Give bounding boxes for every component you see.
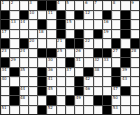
clue-number: 46 [85, 87, 90, 91]
white-cell[interactable] [131, 20, 139, 29]
white-cell[interactable] [57, 87, 65, 96]
white-cell[interactable]: 36 [47, 68, 55, 77]
white-cell[interactable]: 24 [20, 49, 28, 58]
black-cell [10, 68, 18, 77]
white-cell[interactable] [47, 20, 55, 29]
white-cell[interactable]: 25 [57, 49, 65, 58]
white-cell[interactable] [10, 106, 18, 115]
black-cell [75, 39, 83, 48]
white-cell[interactable]: 21 [57, 39, 65, 48]
clue-number: 16 [103, 20, 108, 24]
white-cell[interactable] [94, 39, 102, 48]
black-cell [75, 30, 83, 39]
white-cell[interactable] [10, 30, 18, 39]
white-cell[interactable]: 45 [47, 87, 55, 96]
white-cell[interactable] [38, 11, 46, 20]
white-cell[interactable]: 5 [66, 1, 74, 10]
white-cell[interactable] [66, 77, 74, 86]
white-cell[interactable] [20, 30, 28, 39]
white-cell[interactable] [103, 87, 111, 96]
white-cell[interactable] [66, 87, 74, 96]
clue-number: 9 [131, 1, 134, 5]
white-cell[interactable] [1, 96, 9, 105]
white-cell[interactable] [29, 58, 37, 67]
white-cell[interactable] [131, 68, 139, 77]
black-cell [57, 11, 65, 20]
white-cell[interactable] [29, 96, 37, 105]
black-cell [38, 49, 46, 58]
white-cell[interactable] [131, 106, 139, 115]
clue-number: 2 [11, 1, 14, 5]
white-cell[interactable] [131, 77, 139, 86]
white-cell[interactable]: 48 [20, 96, 28, 105]
clue-number: 10 [29, 11, 34, 15]
clue-number: 41 [48, 77, 53, 81]
white-cell[interactable] [10, 11, 18, 20]
black-cell [112, 39, 120, 48]
white-cell[interactable] [47, 30, 55, 39]
white-cell[interactable] [57, 58, 65, 67]
white-cell[interactable] [112, 58, 120, 67]
clue-number: 40 [2, 77, 7, 81]
clue-number: 29 [11, 58, 16, 62]
white-cell[interactable]: 4 [57, 1, 65, 10]
white-cell[interactable]: 14 [20, 20, 28, 29]
clue-number: 18 [39, 30, 44, 34]
white-cell[interactable]: 51 [1, 106, 9, 115]
white-cell[interactable]: 7 [94, 1, 102, 10]
black-cell [1, 11, 9, 20]
white-cell[interactable] [121, 106, 129, 115]
white-cell[interactable] [103, 1, 111, 10]
clue-number: 13 [11, 20, 16, 24]
clue-number: 25 [57, 49, 62, 53]
black-cell [94, 30, 102, 39]
white-cell[interactable]: 50 [112, 96, 120, 105]
white-cell[interactable] [121, 1, 129, 10]
clue-number: 3 [29, 1, 32, 5]
white-cell[interactable]: 8 [112, 1, 120, 10]
white-cell[interactable]: 37 [66, 68, 74, 77]
white-cell[interactable]: 33 [103, 58, 111, 67]
white-cell[interactable] [10, 39, 18, 48]
clue-number: 48 [20, 96, 25, 100]
white-cell[interactable] [20, 58, 28, 67]
white-cell[interactable] [66, 49, 74, 58]
clue-number: 45 [48, 87, 53, 91]
black-cell [47, 96, 55, 105]
black-cell [10, 96, 18, 105]
black-cell [75, 11, 83, 20]
white-cell[interactable]: 13 [10, 20, 18, 29]
white-cell[interactable] [75, 68, 83, 77]
clue-number: 49 [76, 96, 81, 100]
white-cell[interactable]: 43 [121, 77, 129, 86]
white-cell[interactable]: 35 [20, 68, 28, 77]
black-cell [20, 11, 28, 20]
white-cell[interactable]: 12 [84, 11, 92, 20]
black-cell [112, 77, 120, 86]
white-cell[interactable]: 1 [1, 1, 9, 10]
white-cell[interactable]: 46 [84, 87, 92, 96]
white-cell[interactable]: 38 [94, 68, 102, 77]
white-cell[interactable] [84, 49, 92, 58]
white-cell[interactable] [20, 1, 28, 10]
white-cell[interactable]: 44 [20, 87, 28, 96]
white-cell[interactable] [57, 96, 65, 105]
white-cell[interactable]: 53 [112, 106, 120, 115]
black-cell [66, 96, 74, 105]
black-cell [38, 68, 46, 77]
clue-number: 24 [20, 49, 25, 53]
white-cell[interactable]: 39 [121, 68, 129, 77]
white-cell[interactable]: 34 [1, 68, 9, 77]
white-cell[interactable] [112, 20, 120, 29]
white-cell[interactable]: 22 [84, 39, 92, 48]
white-cell[interactable]: 47 [112, 87, 120, 96]
white-cell[interactable] [94, 77, 102, 86]
clue-number: 14 [20, 20, 25, 24]
black-cell [94, 96, 102, 105]
white-cell[interactable] [103, 77, 111, 86]
white-cell[interactable] [47, 39, 55, 48]
white-cell[interactable] [94, 11, 102, 20]
black-cell [38, 87, 46, 96]
white-cell[interactable] [66, 30, 74, 39]
black-cell [121, 49, 129, 58]
white-cell[interactable] [1, 87, 9, 96]
black-cell [1, 39, 9, 48]
clue-number: 44 [20, 87, 25, 91]
white-cell[interactable] [29, 106, 37, 115]
clue-number: 23 [2, 49, 7, 53]
white-cell[interactable] [10, 49, 18, 58]
white-cell[interactable] [57, 106, 65, 115]
white-cell[interactable] [29, 20, 37, 29]
white-cell[interactable] [29, 30, 37, 39]
black-cell [103, 96, 111, 105]
clue-number: 50 [113, 96, 118, 100]
white-cell[interactable] [103, 68, 111, 77]
white-cell[interactable] [121, 39, 129, 48]
white-cell[interactable]: 15 [66, 20, 74, 29]
black-cell [47, 1, 55, 10]
white-cell[interactable] [131, 87, 139, 96]
black-cell [66, 39, 74, 48]
white-cell[interactable]: 27 [112, 49, 120, 58]
white-cell[interactable] [66, 11, 74, 20]
white-cell[interactable]: 49 [75, 96, 83, 105]
black-cell [94, 49, 102, 58]
white-cell[interactable] [10, 77, 18, 86]
clue-number: 52 [48, 106, 53, 110]
white-cell[interactable] [94, 87, 102, 96]
black-cell [10, 87, 18, 96]
black-cell [38, 20, 46, 29]
white-cell[interactable] [84, 96, 92, 105]
clue-number: 30 [48, 58, 53, 62]
black-cell [57, 20, 65, 29]
clue-number: 42 [85, 77, 90, 81]
white-cell[interactable] [20, 77, 28, 86]
white-cell[interactable] [57, 77, 65, 86]
white-cell[interactable] [103, 39, 111, 48]
clue-number: 17 [2, 30, 7, 34]
white-cell[interactable]: 31 [75, 58, 83, 67]
clue-number: 38 [94, 68, 99, 72]
white-cell[interactable] [29, 49, 37, 58]
black-cell [103, 49, 111, 58]
clue-number: 31 [76, 58, 81, 62]
white-cell[interactable] [84, 20, 92, 29]
white-cell[interactable] [66, 106, 74, 115]
white-cell[interactable]: 52 [47, 106, 55, 115]
white-cell[interactable]: 17 [1, 30, 9, 39]
white-cell[interactable] [94, 106, 102, 115]
clue-number: 1 [2, 1, 5, 5]
black-cell [121, 58, 129, 67]
white-cell[interactable] [38, 96, 46, 105]
white-cell[interactable] [131, 58, 139, 67]
white-cell[interactable] [112, 11, 120, 20]
black-cell [121, 11, 129, 20]
black-cell [1, 20, 9, 29]
clue-number: 20 [29, 39, 34, 43]
black-cell [20, 39, 28, 48]
white-cell[interactable]: 30 [47, 58, 55, 67]
black-cell [121, 87, 129, 96]
white-cell[interactable]: 3 [29, 1, 37, 10]
white-cell[interactable]: 20 [29, 39, 37, 48]
black-cell [75, 87, 83, 96]
white-cell[interactable] [121, 96, 129, 105]
white-cell[interactable] [84, 30, 92, 39]
black-cell [38, 106, 46, 115]
white-cell[interactable]: 32 [94, 58, 102, 67]
clue-number: 51 [2, 106, 7, 110]
white-cell[interactable]: 28 [131, 49, 139, 58]
clue-number: 5 [66, 1, 69, 5]
clue-number: 4 [57, 1, 60, 5]
black-cell [131, 39, 139, 48]
white-cell[interactable] [75, 20, 83, 29]
white-cell[interactable] [131, 96, 139, 105]
white-cell[interactable]: 10 [29, 11, 37, 20]
clue-number: 12 [85, 11, 90, 15]
clue-number: 35 [20, 68, 25, 72]
black-cell [47, 49, 55, 58]
white-cell[interactable]: 2 [10, 1, 18, 10]
black-cell [121, 20, 129, 29]
clue-number: 32 [94, 58, 99, 62]
clue-number: 34 [2, 68, 7, 72]
white-cell[interactable] [131, 30, 139, 39]
crossword-grid: 1234567891011121314151617181920212223242… [0, 0, 140, 115]
black-cell [1, 58, 9, 67]
black-cell [57, 30, 65, 39]
white-cell[interactable] [29, 87, 37, 96]
white-cell[interactable]: 41 [47, 77, 55, 86]
black-cell [121, 30, 129, 39]
clue-number: 8 [113, 1, 116, 5]
black-cell [75, 77, 83, 86]
clue-number: 27 [113, 49, 118, 53]
clue-number: 53 [113, 106, 118, 110]
clue-number: 22 [85, 39, 90, 43]
clue-number: 43 [122, 77, 127, 81]
clue-number: 11 [48, 11, 53, 15]
white-cell[interactable]: 40 [1, 77, 9, 86]
white-cell[interactable] [29, 68, 37, 77]
white-cell[interactable] [29, 77, 37, 86]
clue-number: 47 [113, 87, 118, 91]
clue-number: 26 [76, 49, 81, 53]
clue-number: 15 [66, 20, 71, 24]
clue-number: 6 [85, 1, 88, 5]
white-cell[interactable] [84, 106, 92, 115]
white-cell[interactable] [38, 58, 46, 67]
clue-number: 19 [103, 30, 108, 34]
white-cell[interactable]: 26 [75, 49, 83, 58]
white-cell[interactable] [20, 106, 28, 115]
white-cell[interactable] [131, 11, 139, 20]
clue-number: 33 [103, 58, 108, 62]
black-cell [84, 68, 92, 77]
white-cell[interactable] [75, 1, 83, 10]
clue-number: 28 [131, 49, 136, 53]
white-cell[interactable] [84, 58, 92, 67]
white-cell[interactable]: 6 [84, 1, 92, 10]
white-cell[interactable]: 29 [10, 58, 18, 67]
white-cell[interactable] [57, 68, 65, 77]
black-cell [103, 11, 111, 20]
white-cell[interactable]: 19 [103, 30, 111, 39]
black-cell [38, 77, 46, 86]
white-cell[interactable]: 42 [84, 77, 92, 86]
white-cell[interactable]: 18 [38, 30, 46, 39]
white-cell[interactable]: 11 [47, 11, 55, 20]
black-cell [103, 106, 111, 115]
clue-number: 21 [57, 39, 62, 43]
black-cell [112, 68, 120, 77]
black-cell [38, 1, 46, 10]
black-cell [66, 58, 74, 67]
white-cell[interactable] [112, 30, 120, 39]
white-cell[interactable] [75, 106, 83, 115]
white-cell[interactable] [38, 39, 46, 48]
white-cell[interactable]: 9 [131, 1, 139, 10]
clue-number: 36 [48, 68, 53, 72]
crossword-puzzle: 1234567891011121314151617181920212223242… [0, 0, 140, 115]
white-cell[interactable]: 16 [103, 20, 111, 29]
white-cell[interactable] [94, 20, 102, 29]
clue-number: 37 [66, 68, 71, 72]
clue-number: 39 [122, 68, 127, 72]
white-cell[interactable]: 23 [1, 49, 9, 58]
clue-number: 7 [94, 1, 97, 5]
